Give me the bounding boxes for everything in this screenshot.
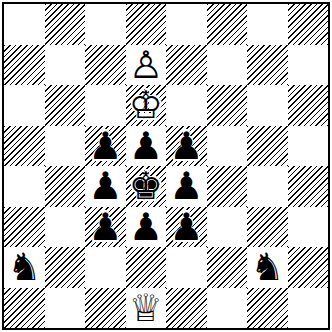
square-b6[interactable] (45, 85, 86, 126)
piece-halo: ♛ (122, 284, 169, 331)
square-f6[interactable] (207, 85, 248, 126)
piece-halo: ♟ (163, 203, 210, 250)
square-b5[interactable] (45, 126, 86, 167)
piece-glyph: ♟ (166, 166, 207, 207)
piece-black-knight: ♞♞ (4, 247, 45, 288)
piece-black-pawn: ♟♟ (166, 207, 207, 248)
square-e4[interactable]: ♟♟ (166, 166, 207, 207)
piece-glyph: ♕ (126, 288, 167, 329)
board-frame: ♟♙♚♔♟♟♟♟♟♟♟♟♚♚♟♟♟♟♟♟♟♟♞♞♞♞♛♕ (2, 2, 330, 330)
square-c6[interactable] (85, 85, 126, 126)
square-d6[interactable]: ♚♔ (126, 85, 167, 126)
piece-black-pawn: ♟♟ (85, 207, 126, 248)
piece-glyph: ♟ (85, 126, 126, 167)
square-d7[interactable]: ♟♙ (126, 45, 167, 86)
piece-black-pawn: ♟♟ (166, 126, 207, 167)
piece-black-pawn: ♟♟ (126, 126, 167, 167)
square-g3[interactable] (247, 207, 288, 248)
square-a5[interactable] (4, 126, 45, 167)
square-b1[interactable] (45, 288, 86, 329)
piece-halo: ♟ (122, 41, 169, 88)
piece-black-pawn: ♟♟ (85, 126, 126, 167)
square-f5[interactable] (207, 126, 248, 167)
piece-glyph: ♟ (126, 126, 167, 167)
square-b8[interactable] (45, 4, 86, 45)
piece-halo: ♚ (122, 82, 169, 129)
square-h3[interactable] (288, 207, 329, 248)
piece-white-queen: ♛♕ (126, 288, 167, 329)
piece-glyph: ♙ (126, 45, 167, 86)
square-g6[interactable] (247, 85, 288, 126)
piece-glyph: ♞ (4, 247, 45, 288)
square-h5[interactable] (288, 126, 329, 167)
square-h8[interactable] (288, 4, 329, 45)
piece-glyph: ♟ (166, 207, 207, 248)
square-c4[interactable]: ♟♟ (85, 166, 126, 207)
square-d5[interactable]: ♟♟ (126, 126, 167, 167)
square-c7[interactable] (85, 45, 126, 86)
square-f4[interactable] (207, 166, 248, 207)
square-a7[interactable] (4, 45, 45, 86)
piece-halo: ♟ (82, 122, 129, 169)
square-e6[interactable] (166, 85, 207, 126)
square-h7[interactable] (288, 45, 329, 86)
square-c8[interactable] (85, 4, 126, 45)
square-d8[interactable] (126, 4, 167, 45)
square-a8[interactable] (4, 4, 45, 45)
piece-glyph: ♟ (85, 166, 126, 207)
piece-halo: ♚ (122, 163, 169, 210)
square-a4[interactable] (4, 166, 45, 207)
piece-black-pawn: ♟♟ (85, 166, 126, 207)
square-g7[interactable] (247, 45, 288, 86)
piece-halo: ♟ (82, 163, 129, 210)
square-a6[interactable] (4, 85, 45, 126)
piece-glyph: ♞ (247, 247, 288, 288)
chess-board: ♟♙♚♔♟♟♟♟♟♟♟♟♚♚♟♟♟♟♟♟♟♟♞♞♞♞♛♕ (4, 4, 328, 328)
chess-diagram-page: ♟♙♚♔♟♟♟♟♟♟♟♟♚♚♟♟♟♟♟♟♟♟♞♞♞♞♛♕ (0, 0, 332, 332)
piece-black-king: ♚♚ (126, 166, 167, 207)
square-e7[interactable] (166, 45, 207, 86)
piece-glyph: ♟ (126, 207, 167, 248)
piece-glyph: ♟ (85, 207, 126, 248)
square-a3[interactable] (4, 207, 45, 248)
square-f7[interactable] (207, 45, 248, 86)
piece-black-pawn: ♟♟ (166, 166, 207, 207)
square-f8[interactable] (207, 4, 248, 45)
square-c2[interactable] (85, 247, 126, 288)
square-h4[interactable] (288, 166, 329, 207)
square-a1[interactable] (4, 288, 45, 329)
square-d2[interactable] (126, 247, 167, 288)
square-b3[interactable] (45, 207, 86, 248)
piece-halo: ♟ (82, 203, 129, 250)
piece-halo: ♞ (1, 244, 48, 291)
square-h2[interactable] (288, 247, 329, 288)
square-f3[interactable] (207, 207, 248, 248)
square-e3[interactable]: ♟♟ (166, 207, 207, 248)
square-g4[interactable] (247, 166, 288, 207)
square-c1[interactable] (85, 288, 126, 329)
piece-glyph: ♚ (126, 166, 167, 207)
piece-black-pawn: ♟♟ (126, 207, 167, 248)
piece-halo: ♞ (244, 244, 291, 291)
square-g5[interactable] (247, 126, 288, 167)
square-c3[interactable]: ♟♟ (85, 207, 126, 248)
piece-halo: ♟ (163, 122, 210, 169)
square-b4[interactable] (45, 166, 86, 207)
square-g1[interactable] (247, 288, 288, 329)
piece-white-king: ♚♔ (126, 85, 167, 126)
square-b2[interactable] (45, 247, 86, 288)
square-e2[interactable] (166, 247, 207, 288)
square-g8[interactable] (247, 4, 288, 45)
square-g2[interactable]: ♞♞ (247, 247, 288, 288)
square-f2[interactable] (207, 247, 248, 288)
square-e8[interactable] (166, 4, 207, 45)
square-d4[interactable]: ♚♚ (126, 166, 167, 207)
square-f1[interactable] (207, 288, 248, 329)
piece-halo: ♟ (122, 203, 169, 250)
square-h6[interactable] (288, 85, 329, 126)
piece-glyph: ♔ (126, 85, 167, 126)
square-e1[interactable] (166, 288, 207, 329)
piece-white-pawn: ♟♙ (126, 45, 167, 86)
square-d3[interactable]: ♟♟ (126, 207, 167, 248)
square-a2[interactable]: ♞♞ (4, 247, 45, 288)
piece-black-knight: ♞♞ (247, 247, 288, 288)
piece-halo: ♟ (122, 122, 169, 169)
square-b7[interactable] (45, 45, 86, 86)
square-d1[interactable]: ♛♕ (126, 288, 167, 329)
piece-glyph: ♟ (166, 126, 207, 167)
piece-halo: ♟ (163, 163, 210, 210)
square-e5[interactable]: ♟♟ (166, 126, 207, 167)
square-h1[interactable] (288, 288, 329, 329)
square-c5[interactable]: ♟♟ (85, 126, 126, 167)
